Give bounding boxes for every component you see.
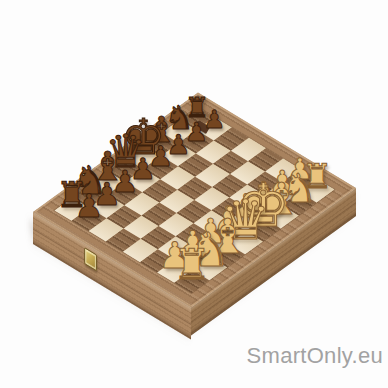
watermark: SmartOnly.eu (247, 343, 383, 369)
product-photo: ♜♞♝♛♚♝♞♜♟♟♟♟♟♟♟♟♟♟♟♟♟♟♟♟♜♞♝♛♚♝♞♜ SmartOn… (0, 0, 388, 388)
brass-clasp (84, 247, 97, 272)
